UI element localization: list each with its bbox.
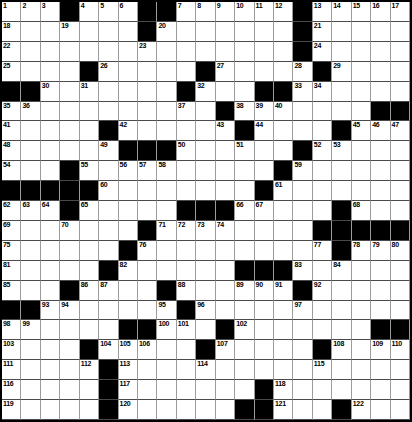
cell[interactable] (21, 161, 40, 181)
cell[interactable] (313, 380, 332, 400)
cell[interactable] (177, 380, 196, 400)
cell[interactable]: 91 (274, 281, 293, 301)
cell[interactable] (60, 42, 79, 62)
cell[interactable] (332, 102, 351, 122)
cell[interactable] (332, 22, 351, 42)
cell[interactable] (371, 62, 390, 82)
cell[interactable] (391, 360, 410, 380)
cell[interactable]: 60 (99, 181, 118, 201)
cell[interactable] (60, 102, 79, 122)
cell[interactable] (21, 42, 40, 62)
cell[interactable]: 14 (332, 2, 351, 22)
cell[interactable]: 72 (177, 221, 196, 241)
cell[interactable]: 73 (196, 221, 215, 241)
cell[interactable] (235, 340, 254, 360)
cell[interactable] (371, 281, 390, 301)
cell[interactable] (21, 360, 40, 380)
cell[interactable] (216, 400, 235, 420)
cell[interactable]: 63 (21, 201, 40, 221)
cell[interactable]: 54 (2, 161, 21, 181)
cell[interactable]: 47 (391, 121, 410, 141)
cell[interactable] (99, 102, 118, 122)
cell[interactable] (138, 121, 157, 141)
cell[interactable] (196, 380, 215, 400)
cell[interactable] (313, 261, 332, 281)
cell[interactable] (196, 400, 215, 420)
cell[interactable] (177, 400, 196, 420)
cell[interactable]: 122 (352, 400, 371, 420)
cell[interactable] (80, 102, 99, 122)
cell[interactable] (274, 360, 293, 380)
cell[interactable] (41, 161, 60, 181)
cell[interactable] (119, 201, 138, 221)
cell[interactable] (216, 82, 235, 102)
cell[interactable] (293, 380, 312, 400)
cell[interactable]: 26 (99, 62, 118, 82)
cell[interactable]: 56 (119, 161, 138, 181)
cell[interactable] (196, 102, 215, 122)
cell[interactable] (41, 380, 60, 400)
cell[interactable]: 90 (255, 281, 274, 301)
cell[interactable] (196, 141, 215, 161)
cell[interactable]: 68 (352, 201, 371, 221)
cell[interactable] (80, 221, 99, 241)
cell[interactable] (255, 360, 274, 380)
cell[interactable]: 35 (2, 102, 21, 122)
cell[interactable]: 61 (274, 181, 293, 201)
cell[interactable]: 10 (235, 2, 254, 22)
cell[interactable] (196, 161, 215, 181)
cell[interactable] (138, 380, 157, 400)
cell[interactable] (157, 42, 176, 62)
cell[interactable]: 77 (313, 241, 332, 261)
cell[interactable] (80, 320, 99, 340)
cell[interactable] (21, 261, 40, 281)
cell[interactable]: 105 (119, 340, 138, 360)
cell[interactable] (157, 62, 176, 82)
cell[interactable]: 118 (274, 380, 293, 400)
cell[interactable] (332, 360, 351, 380)
cell[interactable] (216, 261, 235, 281)
cell[interactable]: 103 (2, 340, 21, 360)
cell[interactable] (41, 102, 60, 122)
cell[interactable] (293, 400, 312, 420)
cell[interactable]: 107 (216, 340, 235, 360)
cell[interactable] (216, 241, 235, 261)
cell[interactable] (138, 400, 157, 420)
cell[interactable] (371, 161, 390, 181)
cell[interactable]: 12 (274, 2, 293, 22)
cell[interactable] (196, 42, 215, 62)
cell[interactable] (60, 360, 79, 380)
cell[interactable] (235, 241, 254, 261)
cell[interactable]: 99 (21, 320, 40, 340)
cell[interactable] (80, 400, 99, 420)
cell[interactable]: 22 (2, 42, 21, 62)
cell[interactable]: 50 (177, 141, 196, 161)
cell[interactable]: 102 (235, 320, 254, 340)
cell[interactable] (196, 181, 215, 201)
cell[interactable] (352, 141, 371, 161)
cell[interactable]: 65 (80, 201, 99, 221)
cell[interactable] (274, 340, 293, 360)
cell[interactable] (177, 22, 196, 42)
cell[interactable] (391, 261, 410, 281)
cell[interactable] (216, 380, 235, 400)
cell[interactable] (119, 22, 138, 42)
cell[interactable] (216, 22, 235, 42)
cell[interactable]: 120 (119, 400, 138, 420)
cell[interactable] (21, 281, 40, 301)
cell[interactable] (41, 22, 60, 42)
cell[interactable]: 49 (99, 141, 118, 161)
cell[interactable] (332, 181, 351, 201)
cell[interactable] (391, 380, 410, 400)
cell[interactable]: 4 (80, 2, 99, 22)
cell[interactable] (99, 221, 118, 241)
cell[interactable] (41, 360, 60, 380)
cell[interactable] (371, 181, 390, 201)
cell[interactable]: 16 (371, 2, 390, 22)
cell[interactable] (41, 241, 60, 261)
cell[interactable] (80, 141, 99, 161)
cell[interactable] (235, 62, 254, 82)
cell[interactable] (235, 42, 254, 62)
cell[interactable] (313, 102, 332, 122)
cell[interactable] (157, 201, 176, 221)
cell[interactable] (235, 380, 254, 400)
cell[interactable] (196, 281, 215, 301)
cell[interactable]: 51 (235, 141, 254, 161)
cell[interactable]: 1 (2, 2, 21, 22)
cell[interactable] (177, 42, 196, 62)
cell[interactable] (21, 121, 40, 141)
cell[interactable]: 78 (352, 241, 371, 261)
cell[interactable]: 3 (41, 2, 60, 22)
cell[interactable] (177, 261, 196, 281)
cell[interactable]: 2 (21, 2, 40, 22)
cell[interactable] (21, 62, 40, 82)
cell[interactable] (391, 82, 410, 102)
cell[interactable] (352, 181, 371, 201)
cell[interactable]: 113 (119, 360, 138, 380)
cell[interactable] (196, 22, 215, 42)
cell[interactable]: 71 (157, 221, 176, 241)
cell[interactable] (391, 161, 410, 181)
cell[interactable] (119, 221, 138, 241)
cell[interactable]: 100 (157, 320, 176, 340)
cell[interactable] (293, 102, 312, 122)
cell[interactable] (138, 360, 157, 380)
cell[interactable]: 64 (41, 201, 60, 221)
cell[interactable] (352, 360, 371, 380)
cell[interactable] (313, 121, 332, 141)
cell[interactable]: 88 (177, 281, 196, 301)
cell[interactable] (80, 121, 99, 141)
cell[interactable] (352, 22, 371, 42)
cell[interactable] (352, 82, 371, 102)
cell[interactable] (293, 360, 312, 380)
cell[interactable] (371, 42, 390, 62)
cell[interactable] (41, 400, 60, 420)
cell[interactable]: 106 (138, 340, 157, 360)
cell[interactable]: 92 (313, 281, 332, 301)
cell[interactable] (177, 121, 196, 141)
cell[interactable] (99, 320, 118, 340)
cell[interactable] (138, 201, 157, 221)
cell[interactable] (332, 301, 351, 321)
cell[interactable] (274, 141, 293, 161)
cell[interactable] (216, 141, 235, 161)
cell[interactable]: 37 (177, 102, 196, 122)
cell[interactable]: 96 (196, 301, 215, 321)
cell[interactable]: 9 (216, 2, 235, 22)
cell[interactable] (157, 261, 176, 281)
cell[interactable] (352, 281, 371, 301)
cell[interactable] (157, 102, 176, 122)
cell[interactable] (255, 301, 274, 321)
cell[interactable] (255, 62, 274, 82)
cell[interactable]: 75 (2, 241, 21, 261)
cell[interactable]: 119 (2, 400, 21, 420)
cell[interactable] (157, 82, 176, 102)
cell[interactable] (99, 201, 118, 221)
cell[interactable]: 104 (99, 340, 118, 360)
cell[interactable]: 8 (196, 2, 215, 22)
cell[interactable]: 24 (313, 42, 332, 62)
cell[interactable] (352, 340, 371, 360)
cell[interactable]: 93 (41, 301, 60, 321)
cell[interactable] (216, 301, 235, 321)
cell[interactable]: 48 (2, 141, 21, 161)
cell[interactable] (293, 221, 312, 241)
cell[interactable] (60, 380, 79, 400)
cell[interactable] (255, 42, 274, 62)
cell[interactable] (293, 181, 312, 201)
cell[interactable]: 32 (196, 82, 215, 102)
cell[interactable] (371, 301, 390, 321)
cell[interactable] (41, 121, 60, 141)
cell[interactable] (391, 400, 410, 420)
cell[interactable] (60, 121, 79, 141)
cell[interactable] (371, 22, 390, 42)
cell[interactable]: 83 (293, 261, 312, 281)
cell[interactable] (274, 221, 293, 241)
cell[interactable]: 38 (235, 102, 254, 122)
cell[interactable] (119, 42, 138, 62)
cell[interactable] (255, 320, 274, 340)
cell[interactable]: 36 (21, 102, 40, 122)
cell[interactable] (371, 82, 390, 102)
cell[interactable] (177, 62, 196, 82)
cell[interactable] (138, 301, 157, 321)
cell[interactable]: 57 (138, 161, 157, 181)
cell[interactable] (21, 400, 40, 420)
cell[interactable] (235, 181, 254, 201)
cell[interactable] (21, 141, 40, 161)
cell[interactable]: 89 (235, 281, 254, 301)
cell[interactable] (138, 261, 157, 281)
cell[interactable] (274, 301, 293, 321)
cell[interactable] (293, 241, 312, 261)
cell[interactable] (255, 161, 274, 181)
cell[interactable] (41, 340, 60, 360)
cell[interactable] (99, 241, 118, 261)
cell[interactable] (157, 380, 176, 400)
cell[interactable] (371, 360, 390, 380)
cell[interactable] (80, 261, 99, 281)
cell[interactable]: 79 (371, 241, 390, 261)
cell[interactable] (119, 281, 138, 301)
cell[interactable] (119, 102, 138, 122)
cell[interactable] (157, 400, 176, 420)
cell[interactable] (138, 62, 157, 82)
cell[interactable]: 25 (2, 62, 21, 82)
cell[interactable] (60, 141, 79, 161)
cell[interactable] (177, 241, 196, 261)
cell[interactable] (332, 82, 351, 102)
cell[interactable]: 117 (119, 380, 138, 400)
cell[interactable] (332, 42, 351, 62)
cell[interactable] (21, 241, 40, 261)
cell[interactable] (332, 161, 351, 181)
cell[interactable] (274, 121, 293, 141)
cell[interactable] (41, 42, 60, 62)
cell[interactable]: 41 (2, 121, 21, 141)
cell[interactable]: 67 (255, 201, 274, 221)
cell[interactable] (352, 380, 371, 400)
cell[interactable] (274, 320, 293, 340)
cell[interactable] (196, 121, 215, 141)
cell[interactable] (313, 400, 332, 420)
cell[interactable]: 43 (216, 121, 235, 141)
cell[interactable]: 21 (313, 22, 332, 42)
cell[interactable]: 114 (196, 360, 215, 380)
cell[interactable] (21, 221, 40, 241)
cell[interactable]: 5 (99, 2, 118, 22)
cell[interactable]: 112 (80, 360, 99, 380)
cell[interactable] (196, 320, 215, 340)
cell[interactable]: 46 (371, 121, 390, 141)
cell[interactable]: 40 (274, 102, 293, 122)
cell[interactable]: 74 (216, 221, 235, 241)
cell[interactable] (60, 241, 79, 261)
cell[interactable] (80, 22, 99, 42)
cell[interactable] (80, 380, 99, 400)
cell[interactable]: 23 (138, 42, 157, 62)
cell[interactable] (391, 62, 410, 82)
cell[interactable]: 81 (2, 261, 21, 281)
cell[interactable] (274, 62, 293, 82)
cell[interactable]: 101 (177, 320, 196, 340)
cell[interactable]: 27 (216, 62, 235, 82)
cell[interactable] (60, 340, 79, 360)
cell[interactable]: 30 (41, 82, 60, 102)
cell[interactable] (255, 141, 274, 161)
cell[interactable] (41, 281, 60, 301)
cell[interactable] (80, 241, 99, 261)
cell[interactable]: 116 (2, 380, 21, 400)
cell[interactable] (196, 241, 215, 261)
cell[interactable] (371, 261, 390, 281)
cell[interactable] (274, 201, 293, 221)
cell[interactable]: 70 (60, 221, 79, 241)
cell[interactable]: 115 (313, 360, 332, 380)
cell[interactable] (157, 241, 176, 261)
cell[interactable]: 53 (332, 141, 351, 161)
cell[interactable]: 31 (80, 82, 99, 102)
cell[interactable] (99, 82, 118, 102)
cell[interactable] (216, 181, 235, 201)
cell[interactable] (391, 281, 410, 301)
cell[interactable] (293, 320, 312, 340)
cell[interactable] (157, 181, 176, 201)
cell[interactable] (60, 62, 79, 82)
cell[interactable] (255, 340, 274, 360)
cell[interactable]: 28 (293, 62, 312, 82)
cell[interactable] (216, 161, 235, 181)
cell[interactable] (235, 161, 254, 181)
cell[interactable] (119, 181, 138, 201)
cell[interactable] (371, 201, 390, 221)
cell[interactable] (216, 360, 235, 380)
cell[interactable] (352, 102, 371, 122)
cell[interactable] (391, 181, 410, 201)
cell[interactable] (235, 360, 254, 380)
cell[interactable] (99, 161, 118, 181)
cell[interactable]: 6 (119, 2, 138, 22)
cell[interactable]: 15 (352, 2, 371, 22)
cell[interactable]: 121 (274, 400, 293, 420)
cell[interactable]: 111 (2, 360, 21, 380)
cell[interactable] (313, 161, 332, 181)
cell[interactable] (60, 320, 79, 340)
cell[interactable]: 87 (99, 281, 118, 301)
cell[interactable] (274, 241, 293, 261)
cell[interactable]: 109 (371, 340, 390, 360)
cell[interactable] (177, 181, 196, 201)
cell[interactable] (41, 221, 60, 241)
cell[interactable] (352, 301, 371, 321)
cell[interactable]: 69 (2, 221, 21, 241)
cell[interactable]: 39 (255, 102, 274, 122)
cell[interactable] (235, 82, 254, 102)
cell[interactable] (391, 141, 410, 161)
cell[interactable] (313, 301, 332, 321)
cell[interactable]: 20 (157, 22, 176, 42)
cell[interactable] (371, 141, 390, 161)
cell[interactable] (352, 42, 371, 62)
cell[interactable]: 19 (60, 22, 79, 42)
cell[interactable] (138, 82, 157, 102)
cell[interactable] (332, 380, 351, 400)
cell[interactable]: 82 (119, 261, 138, 281)
cell[interactable]: 95 (157, 301, 176, 321)
cell[interactable] (352, 161, 371, 181)
cell[interactable] (371, 400, 390, 420)
cell[interactable]: 34 (313, 82, 332, 102)
cell[interactable] (293, 340, 312, 360)
cell[interactable]: 85 (2, 281, 21, 301)
cell[interactable] (41, 62, 60, 82)
cell[interactable] (60, 82, 79, 102)
cell[interactable] (157, 121, 176, 141)
cell[interactable]: 7 (177, 2, 196, 22)
cell[interactable] (216, 42, 235, 62)
cell[interactable] (80, 301, 99, 321)
cell[interactable] (41, 320, 60, 340)
cell[interactable]: 94 (60, 301, 79, 321)
